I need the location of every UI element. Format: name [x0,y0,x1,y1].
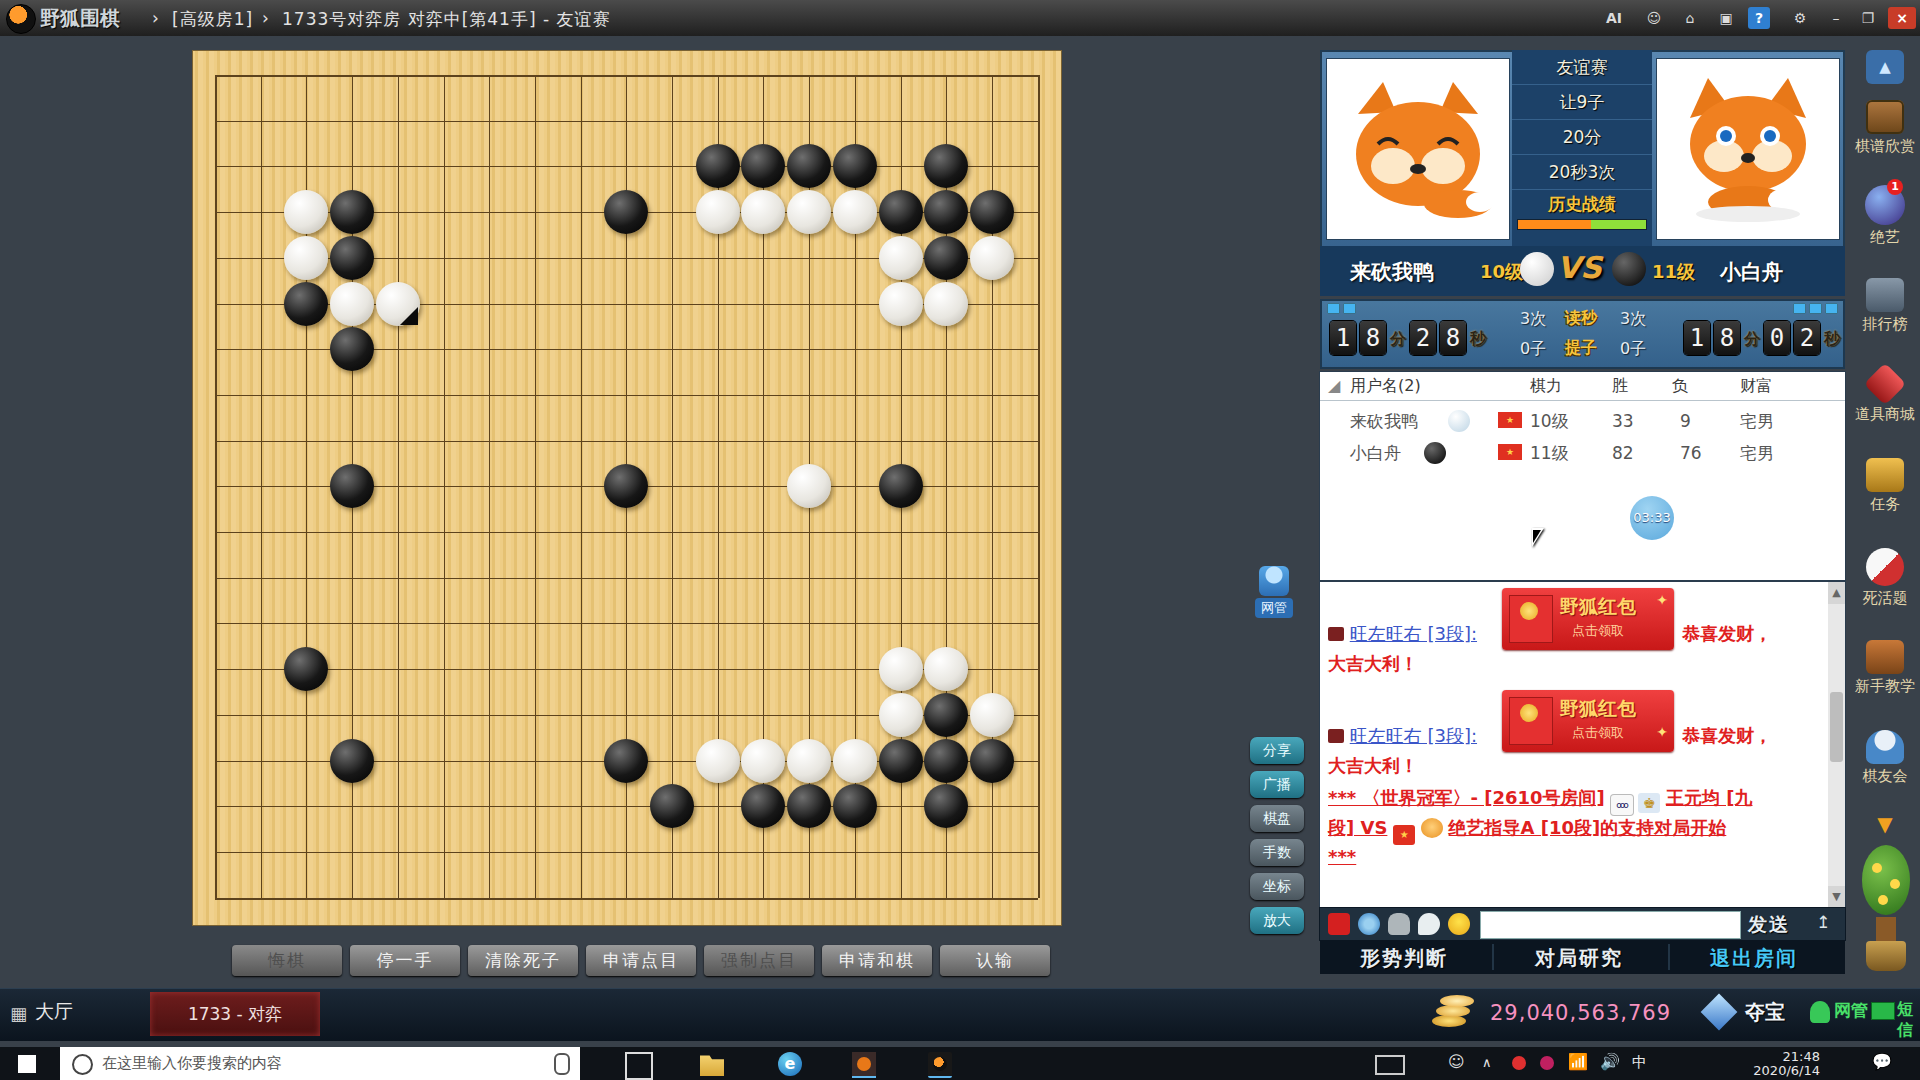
task-view-icon[interactable] [625,1052,653,1080]
sms-envelope-icon [1872,1003,1894,1019]
board-style-button[interactable]: 棋盘 [1250,805,1304,832]
right-captures: 0子 [1620,339,1646,360]
home-icon[interactable]: ⌂ [1676,7,1704,29]
sidebar-item-label: 死活题 [1863,589,1908,607]
olympic-rings-icon: ooo [1611,795,1633,815]
white-stone [924,282,968,326]
sidebar-scroll-up[interactable]: ▲ [1852,50,1918,87]
black-stone [696,144,740,188]
tutorial-icon [1866,640,1904,674]
white-stone [696,739,740,783]
right-player-rank: 11级 [1652,260,1695,284]
coins-icon [1432,997,1472,1031]
app-icon-active[interactable] [852,1052,876,1078]
touch-keyboard-icon[interactable] [1375,1055,1405,1075]
row-losses: 76 [1680,438,1702,468]
black-stone [284,647,328,691]
share-button[interactable]: 分享 [1250,737,1304,764]
chat-message: 旺左旺右 [3段]: [1328,724,1477,748]
chat-text: 恭喜发财， [1682,724,1772,748]
white-stone [787,739,831,783]
announcement-line[interactable]: 段] VS ★ 绝艺指导A [10段]的支持对局开始 [1328,816,1726,845]
divider [1320,400,1845,401]
force-count-button[interactable]: 强制点目 [704,945,814,976]
minute-label: 分 [1744,329,1760,350]
admin-contact-button[interactable]: 网管 [1834,999,1868,1022]
black-stone [330,464,374,508]
diamond-icon [1701,994,1738,1031]
chat-user-link[interactable]: 旺左旺右 [3段]: [1350,623,1477,644]
byoyomi-label: 读秒 [1565,308,1597,329]
packet-title: 野狐红包 [1560,594,1636,620]
right-byoyomi-count: 3次 [1620,309,1646,330]
undo-button[interactable]: 悔棋 [232,945,342,976]
go-board[interactable] [192,50,1062,926]
action-center-icon[interactable]: 💬 [1872,1052,1896,1076]
black-stone [330,739,374,783]
second-label: 秒 [1470,329,1486,350]
cn-flag-icon: ★ [1393,825,1415,845]
notification-badge: 1 [1887,179,1903,195]
left-player-name: 来砍我鸭 [1350,258,1434,286]
tsumego-icon [1866,548,1904,586]
exit-room-button[interactable]: 退出房间 [1710,945,1798,972]
announcement-text: 段] VS [1328,817,1387,838]
sidebar-item-tutorial[interactable]: 新手教学 [1852,640,1918,696]
request-count-button[interactable]: 申请点目 [586,945,696,976]
byoyomi-setting: 20秒3次 [1512,155,1652,190]
white-stone [879,282,923,326]
white-stone [879,647,923,691]
connection-indicator [1810,304,1821,313]
search-placeholder: 在这里输入你要搜索的内容 [102,1054,282,1073]
row-wins: 33 [1612,406,1634,436]
ai-label[interactable]: AI [1600,7,1628,29]
chat-message: 旺左旺右 [3段]: [1328,622,1477,646]
announcement-text: 绝艺指导A [10段]的支持对局开始 [1449,817,1727,838]
row-losses: 9 [1680,406,1691,436]
sidebar-item-club[interactable]: 棋友会 [1852,730,1918,786]
white-stone [787,190,831,234]
resign-button[interactable]: 认输 [940,945,1050,976]
up-arrow-icon: ▲ [1866,50,1904,84]
right-clock-digit: 8 [1714,321,1740,355]
volume-icon[interactable]: 🔊 [1600,1052,1624,1076]
white-stone [284,190,328,234]
research-button[interactable]: 对局研究 [1535,945,1623,972]
white-stone [696,190,740,234]
last-move-marker [400,307,418,325]
sidebar-item-tasks[interactable]: 任务 [1852,458,1918,514]
search-icon [72,1054,93,1075]
game-info-column: 友谊赛 让9子 20分 20秒3次 历史战绩 [1512,50,1652,246]
club-person-icon [1866,730,1904,764]
handicap: 让9子 [1512,85,1652,120]
black-stone [924,236,968,280]
right-clock-digit: 0 [1764,321,1790,355]
settings-gear-icon[interactable]: ⚙ [1786,7,1814,29]
admin-contact[interactable]: 网管 [1248,566,1300,618]
black-stone-icon [1612,252,1646,286]
sidebar-item-kifu[interactable]: 棋谱欣赏 [1852,100,1918,156]
sidebar-item-label: 棋友会 [1863,767,1908,785]
white-stone [970,693,1014,737]
cn-flag-icon: ★ [1498,444,1522,460]
left-clock-digit: 2 [1410,321,1436,355]
sidebar-item-label: 绝艺 [1870,228,1900,246]
chat-text: 恭喜发财， [1682,622,1772,646]
black-stone [741,784,785,828]
restore-button[interactable]: ❐ [1854,7,1882,29]
sparkle-icon: ✦ [1656,592,1668,608]
captures-label: 提子 [1565,338,1597,359]
game-tab[interactable]: 1733 - 对弈 [150,992,320,1036]
white-stone [833,190,877,234]
red-packet-button[interactable]: 野狐红包 点击领取 ✦ [1502,690,1674,752]
black-stone [924,784,968,828]
left-player-rank: 10级 [1480,260,1523,284]
ranking-podium-icon [1866,278,1904,312]
filter-funnel-icon[interactable]: ◢ [1328,372,1342,400]
vs-row: 来砍我鸭 10级 VS 11级 小白舟 [1320,246,1845,296]
left-clock-digit: 1 [1330,321,1356,355]
tray-app-icon[interactable] [1512,1056,1526,1070]
black-stone [924,693,968,737]
divider [1492,944,1494,970]
tiger-emoji-icon [1421,818,1443,838]
black-stone [330,236,374,280]
row-username: 来砍我鸭 [1350,406,1418,436]
estimate-button[interactable]: 形势判断 [1360,945,1448,972]
second-label: 秒 [1824,329,1840,350]
scroll-down-icon[interactable]: ▼ [1828,886,1845,908]
breadcrumb-sep: › [152,8,160,28]
start-button[interactable] [18,1055,36,1073]
black-stone [787,144,831,188]
divider [1668,944,1670,970]
black-stone [330,190,374,234]
people-icon[interactable]: ☺ [1448,1052,1472,1076]
announcement-text: 王元均 [九 [1666,787,1753,808]
user-list: ◢ 用户名(2) 棋力 胜 负 财富 来砍我鸭 ★ 10级 33 9 宅男 小白… [1320,372,1845,580]
black-stone [604,739,648,783]
treasure-button[interactable]: 夺宝 [1745,999,1785,1026]
smiley-icon[interactable] [1448,913,1470,935]
row-wealth: 宅男 [1740,406,1774,436]
task-scroll-icon [1866,458,1904,492]
grid-icon: ▦ [10,1003,30,1023]
black-stone [970,739,1014,783]
admin-label: 网管 [1255,598,1293,618]
breadcrumb-room-group[interactable]: [高级房1] [172,8,253,31]
white-stone [970,236,1014,280]
scroll-thumb[interactable] [1830,692,1843,762]
left-clock-digit: 8 [1360,321,1386,355]
black-stone [924,144,968,188]
black-stone [879,190,923,234]
connection-indicator [1826,304,1837,313]
black-stone [741,144,785,188]
black-stone-icon [1424,442,1446,464]
send-button[interactable]: 发送 [1748,912,1790,938]
right-player-avatar [1656,58,1840,240]
send-arrow-icon[interactable]: ↥ [1816,912,1830,932]
clock-strip: 1 8 分 2 8 秒 3次 读秒 3次 0子 提子 0子 1 8 分 0 2 … [1320,299,1845,369]
move-number-button[interactable]: 手数 [1250,839,1304,866]
history-record-button[interactable]: 历史战绩 [1512,190,1652,218]
clock-time[interactable]: 21:48 [1740,1049,1820,1064]
connection-indicator [1328,304,1339,313]
panel-buttons: 形势判断 对局研究 退出房间 [1320,940,1845,974]
black-stone [970,190,1014,234]
minimize-button[interactable]: – [1822,7,1850,29]
chat-area[interactable]: 野狐红包 点击领取 ✦ 旺左旺右 [3段]: 恭喜发财， 大吉大利！ 野狐红包 … [1320,582,1845,908]
col-rank[interactable]: 棋力 [1530,372,1562,400]
chat-scrollbar[interactable]: ▲ ▼ [1828,582,1845,908]
left-clock-digit: 8 [1440,321,1466,355]
user-icon[interactable]: ☺ [1640,7,1668,29]
white-stone-icon [1448,410,1470,432]
sms-button[interactable]: 短信 [1897,999,1920,1041]
chat-input-bar: 发送 ↥ [1320,908,1845,940]
black-stone [330,327,374,371]
black-stone [604,190,648,234]
white-stone [741,190,785,234]
right-clock-digit: 1 [1684,321,1710,355]
white-stone [741,739,785,783]
vs-label: VS [1557,250,1602,285]
packet-action: 点击领取 [1572,724,1624,742]
white-stone [787,464,831,508]
admin-person-icon [1810,1001,1830,1023]
left-player-avatar [1326,58,1510,240]
black-stone [924,739,968,783]
tray-caret[interactable]: ∧ [1482,1055,1492,1070]
gift-icon[interactable]: ▣ [1712,7,1740,29]
vip-badge-icon [1328,729,1344,743]
network-icon[interactable]: 📶 [1568,1052,1592,1076]
white-stone [833,739,877,783]
app-logo-icon [6,4,36,34]
pass-button[interactable]: 停一手 [350,945,460,976]
windows-taskbar: 在这里输入你要搜索的内容 e ☺ ∧ 📶 🔊 中 21:48 2020/6/14… [0,1047,1920,1080]
lobby-tab[interactable]: 大厅 [35,999,73,1025]
white-stone [879,693,923,737]
request-draw-button[interactable]: 申请和棋 [822,945,932,976]
sparkle-icon: ✦ [1656,724,1668,740]
black-stone [787,784,831,828]
minute-label: 分 [1390,329,1406,350]
black-stone [879,464,923,508]
chat-text: 大吉大利！ [1328,652,1418,676]
sidebar-item-label: 棋谱欣赏 [1855,137,1915,155]
left-byoyomi-count: 3次 [1520,309,1546,330]
packet-title: 野狐红包 [1560,696,1636,722]
black-stone [879,739,923,783]
broadcast-button[interactable]: 广播 [1250,771,1304,798]
app-taskbar: ▦ 大厅 1733 - 对弈 29,040,563,769 夺宝 网管 短信 [0,988,1920,1041]
announcement-text: *** 〈世界冠军〉- [2610号房间] [1328,787,1605,808]
announcement-line[interactable]: *** 〈世界冠军〉- [2610号房间] ooo ♚ 王元均 [九 [1328,786,1753,815]
white-stone [284,236,328,280]
sidebar-item-jueyi[interactable]: 1 绝艺 [1852,185,1918,247]
clear-dead-button[interactable]: 清除死子 [468,945,578,976]
coin-icon [1520,602,1538,620]
black-stone [650,784,694,828]
col-wins[interactable]: 胜 [1612,372,1628,400]
main-time: 20分 [1512,120,1652,155]
white-stone [924,647,968,691]
row-rank: 10级 [1530,406,1569,436]
globe-icon[interactable] [1358,913,1380,935]
history-winrate-bar [1518,220,1646,229]
clock-date[interactable]: 2020/6/14 [1740,1063,1820,1078]
file-explorer-icon[interactable] [700,1052,724,1076]
crown-icon: ♚ [1638,793,1660,813]
breadcrumb-sep2: › [262,8,270,28]
sidebar-item-ranking[interactable]: 排行榜 [1852,278,1918,334]
cn-flag-icon: ★ [1498,412,1522,428]
packet-action: 点击领取 [1572,622,1624,640]
coordinates-button[interactable]: 坐标 [1250,873,1304,900]
col-losses[interactable]: 负 [1672,372,1688,400]
match-type: 友谊赛 [1512,50,1652,85]
red-packet-icon[interactable] [1328,913,1350,935]
row-username: 小白舟 [1350,438,1401,468]
coin-icon [1520,704,1538,722]
sidebar-item-label: 新手教学 [1855,677,1915,695]
title-bar: 野狐围棋 › [高级房1] › 1733号对弈房 对弈中[第41手] - 友谊赛… [0,0,1920,36]
fox-avatar-sitting [1668,74,1828,224]
tray-app-icon[interactable] [1540,1056,1554,1070]
player-panel: 友谊赛 让9子 20分 20秒3次 历史战绩 来砍我鸭 10级 VS 11级 小… [1320,50,1845,296]
app-name: 野狐围棋 [40,5,120,32]
row-wins: 82 [1612,438,1634,468]
white-stone [330,282,374,326]
coin-balance: 29,040,563,769 [1490,1001,1671,1025]
sidebar-item-label: 道具商城 [1855,405,1915,423]
sidebar-item-tsumego[interactable]: 死活题 [1852,548,1918,608]
gem-icon [1864,363,1906,405]
help-icon[interactable]: ? [1748,7,1770,29]
foxgo-app-icon-active[interactable] [928,1052,952,1078]
black-stone [284,282,328,326]
row-wealth: 宅男 [1740,438,1774,468]
timer-bubble: 03:33 [1630,496,1674,540]
black-stone [604,464,648,508]
mouse-cursor [1532,528,1544,547]
chat-bubble-icon[interactable] [1418,913,1440,935]
black-stone [924,190,968,234]
chat-text: 大吉大利！ [1328,754,1418,778]
admin-person-icon [1259,566,1289,596]
edge-browser-icon[interactable]: e [778,1052,802,1076]
sidebar-scroll-down[interactable]: ▼ [1852,812,1918,836]
microphone-icon[interactable] [1388,913,1410,935]
black-stone [833,144,877,188]
right-player-name: 小白舟 [1720,258,1783,286]
black-stone [833,784,877,828]
col-wealth[interactable]: 财富 [1740,372,1772,400]
white-stone [879,236,923,280]
sidebar-item-label: 任务 [1870,495,1900,513]
row-rank: 11级 [1530,438,1569,468]
chat-input[interactable] [1480,911,1741,939]
mic-icon[interactable] [554,1053,570,1075]
red-packet-button[interactable]: 野狐红包 点击领取 ✦ [1502,588,1674,650]
connection-indicator [1344,304,1355,313]
sidebar-item-label: 排行榜 [1863,315,1908,333]
search-box[interactable]: 在这里输入你要搜索的内容 [60,1047,580,1080]
kifu-bookshelf-icon [1866,100,1904,134]
sidebar-item-shop[interactable]: 道具商城 [1852,365,1918,424]
right-clock-digit: 2 [1794,321,1820,355]
breadcrumb-room-title: 1733号对弈房 对弈中[第41手] - 友谊赛 [282,8,611,31]
announcement-text: *** [1328,846,1356,867]
vip-badge-icon [1328,627,1344,641]
zoom-button[interactable]: 放大 [1250,907,1304,934]
left-captures: 0子 [1520,339,1546,360]
chat-user-link[interactable]: 旺左旺右 [3段]: [1350,725,1477,746]
connection-indicator [1794,304,1805,313]
scroll-up-icon[interactable]: ▲ [1828,582,1845,604]
money-tree-decoration [1858,845,1914,985]
close-button[interactable]: × [1888,7,1916,29]
white-stone-icon [1520,252,1554,286]
fox-avatar-sleeping [1338,74,1498,224]
ime-indicator[interactable]: 中 [1632,1055,1647,1070]
col-username[interactable]: 用户名(2) [1350,372,1421,400]
